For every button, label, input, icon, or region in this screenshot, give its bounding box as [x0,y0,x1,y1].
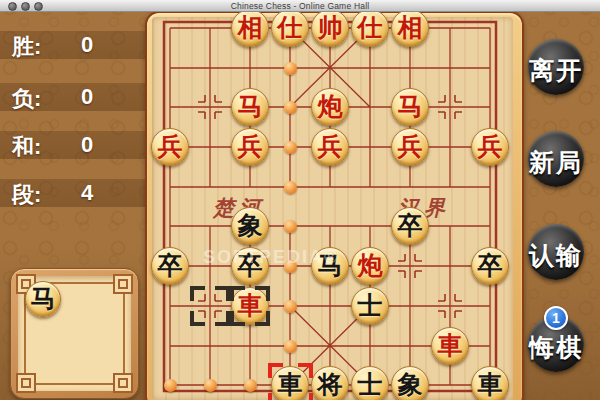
stat-row-wins: 胜:0 [0,31,145,59]
piece-red-soldier[interactable]: 兵 [311,128,349,166]
move-hint-dot[interactable] [284,340,297,353]
piece-red-soldier[interactable]: 兵 [151,128,189,166]
button-label-resign: 认输 [516,239,596,272]
stat-row-losses: 负:0 [0,83,145,111]
piece-red-soldier[interactable]: 兵 [231,128,269,166]
piece-black-general[interactable]: 将 [311,366,349,400]
piece-black-chariot[interactable]: 車 [271,366,309,400]
piece-black-soldier[interactable]: 卒 [151,247,189,285]
piece-red-chariot[interactable]: 車 [231,287,269,325]
stat-label-losses: 负: [12,84,41,114]
stat-label-draws: 和: [12,132,41,162]
corner-knot-icon [113,373,133,393]
button-new-game[interactable]: 新局 [516,131,596,189]
move-hint-dot[interactable] [284,62,297,75]
button-label-leave: 离开 [516,54,596,87]
stat-label-rank: 段: [12,180,41,210]
stat-row-rank: 段:4 [0,179,145,207]
stat-value-wins: 0 [66,32,108,58]
piece-black-chariot[interactable]: 車 [471,366,509,400]
move-hint-dot[interactable] [284,101,297,114]
move-hint-dot[interactable] [284,300,297,313]
button-undo[interactable]: 悔棋1 [516,316,596,374]
stat-label-wins: 胜: [12,32,41,62]
move-hint-dot[interactable] [284,181,297,194]
title-bar: Chinese Chess - Online Game Hall [0,0,600,12]
piece-black-advisor[interactable]: 士 [351,366,389,400]
piece-red-advisor[interactable]: 仕 [351,9,389,47]
app-window: Chinese Chess - Online Game Hall 胜:0负:0和… [0,0,600,400]
button-resign[interactable]: 认输 [516,224,596,282]
button-label-new-game: 新局 [516,146,596,179]
piece-red-horse[interactable]: 马 [231,88,269,126]
corner-knot-icon [113,274,133,294]
move-hint-dot[interactable] [284,220,297,233]
stat-value-draws: 0 [66,132,108,158]
undo-count-badge: 1 [544,306,568,330]
move-hint-dot[interactable] [204,379,217,392]
piece-red-advisor[interactable]: 仕 [271,9,309,47]
piece-red-soldier[interactable]: 兵 [471,128,509,166]
stat-row-draws: 和:0 [0,131,145,159]
stat-value-rank: 4 [66,180,108,206]
piece-black-elephant[interactable]: 象 [391,366,429,400]
piece-black-soldier[interactable]: 卒 [231,247,269,285]
piece-red-chariot[interactable]: 車 [431,327,469,365]
corner-knot-icon [16,373,36,393]
piece-red-elephant[interactable]: 相 [391,9,429,47]
piece-red-general[interactable]: 帅 [311,9,349,47]
piece-black-advisor[interactable]: 士 [351,287,389,325]
move-hint-dot[interactable] [244,379,257,392]
piece-black-elephant[interactable]: 象 [231,207,269,245]
piece-red-soldier[interactable]: 兵 [391,128,429,166]
move-hint-dot[interactable] [164,379,177,392]
move-hint-dot[interactable] [284,141,297,154]
button-leave[interactable]: 离开 [516,39,596,97]
window-title: Chinese Chess - Online Game Hall [0,1,600,11]
move-hint-dot[interactable] [284,260,297,273]
piece-black-soldier[interactable]: 卒 [471,247,509,285]
piece-red-horse[interactable]: 马 [391,88,429,126]
piece-red-elephant[interactable]: 相 [231,9,269,47]
button-label-undo: 悔棋 [516,331,596,364]
piece-red-cannon[interactable]: 炮 [351,247,389,285]
piece-black-soldier[interactable]: 卒 [391,207,429,245]
captured-piece-black-horse: 马 [25,281,61,317]
piece-red-cannon[interactable]: 炮 [311,88,349,126]
stat-value-losses: 0 [66,84,108,110]
piece-black-horse[interactable]: 马 [311,247,349,285]
